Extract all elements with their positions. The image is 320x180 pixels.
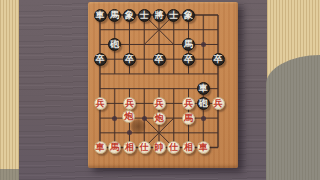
point-marker [201, 116, 206, 121]
piece-red-soldier[interactable]: 兵 [153, 97, 166, 110]
tatami-shadow-bottom-left [0, 169, 19, 180]
tatami-shadow-right [266, 55, 320, 180]
piece-red-chariot[interactable]: 車 [197, 141, 210, 154]
piece-red-elephant[interactable]: 相 [182, 141, 195, 154]
tatami-mat-left [0, 0, 19, 180]
piece-black-horse[interactable]: 馬 [182, 38, 195, 51]
piece-red-horse[interactable]: 馬 [182, 112, 195, 125]
xiangqi-board[interactable]: 車馬象士將士象砲馬卒卒卒卒卒車砲兵兵兵兵兵炮炮馬車馬相仕帥仕相車 [88, 2, 238, 168]
piece-black-elephant[interactable]: 象 [123, 9, 136, 22]
piece-black-soldier[interactable]: 卒 [182, 53, 195, 66]
piece-black-soldier[interactable]: 卒 [123, 53, 136, 66]
piece-black-elephant[interactable]: 象 [182, 9, 195, 22]
piece-black-soldier[interactable]: 卒 [212, 53, 225, 66]
piece-black-advisor[interactable]: 士 [138, 9, 151, 22]
piece-black-soldier[interactable]: 卒 [153, 53, 166, 66]
point-marker [112, 116, 117, 121]
piece-red-soldier[interactable]: 兵 [182, 97, 195, 110]
point-marker [201, 42, 206, 47]
piece-red-elephant[interactable]: 相 [123, 141, 136, 154]
piece-black-horse[interactable]: 馬 [108, 9, 121, 22]
piece-black-soldier[interactable]: 卒 [94, 53, 107, 66]
piece-black-chariot[interactable]: 車 [197, 82, 210, 95]
piece-black-general[interactable]: 將 [153, 9, 166, 22]
piece-red-soldier[interactable]: 兵 [212, 97, 225, 110]
piece-black-advisor[interactable]: 士 [167, 9, 180, 22]
piece-red-cannon[interactable]: 炮 [153, 112, 166, 125]
piece-red-chariot[interactable]: 車 [94, 141, 107, 154]
piece-black-cannon[interactable]: 砲 [197, 97, 210, 110]
scene: 車馬象士將士象砲馬卒卒卒卒卒車砲兵兵兵兵兵炮炮馬車馬相仕帥仕相車 [0, 0, 320, 180]
piece-red-soldier[interactable]: 兵 [123, 97, 136, 110]
piece-red-advisor[interactable]: 仕 [138, 141, 151, 154]
piece-red-soldier[interactable]: 兵 [94, 97, 107, 110]
piece-red-general[interactable]: 帥 [153, 141, 166, 154]
piece-black-chariot[interactable]: 車 [94, 9, 107, 22]
